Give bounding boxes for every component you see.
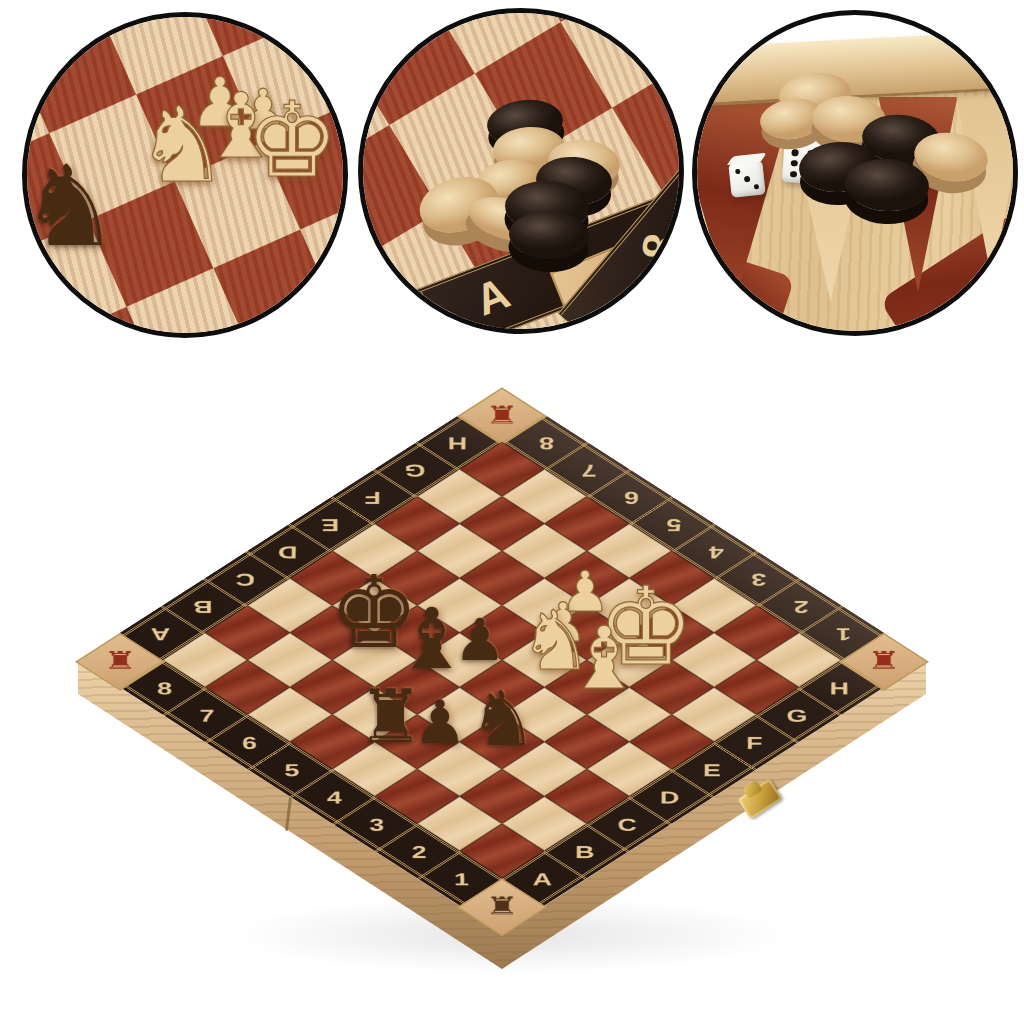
piece-dark-bishop: ♝ (394, 600, 469, 680)
piece-light-knight: ♞ (135, 96, 228, 195)
die-3 (728, 160, 765, 197)
inset-backgammon-closeup (692, 10, 1018, 336)
rook-icon: ♜ (472, 888, 532, 927)
inset-checkers-discs (363, 13, 679, 329)
piece-light-bishop: ♝ (565, 618, 642, 700)
piece-dark-knight: ♞ (469, 683, 537, 755)
die-pip (791, 160, 798, 167)
product-photo: ♟♟♚♝♞♞ B A 8 ♜87654321♜HHGGFFEEDDCCBB (0, 0, 1024, 1024)
inset-chess-closeup: ♟♟♚♝♞♞ (22, 12, 348, 338)
die-pip (790, 171, 797, 178)
piece-dark-pawn: ♟ (413, 694, 467, 751)
die-pip (734, 168, 740, 174)
die-pip (753, 183, 759, 189)
inset-checkers-closeup: B A 8 (358, 8, 684, 334)
die-pip (744, 176, 750, 182)
inset-chess-pieces: ♟♟♚♝♞♞ (27, 17, 343, 333)
die-pip (792, 149, 799, 156)
piece-light-king: ♚ (245, 91, 338, 190)
piece-dark-knight: ♞ (22, 153, 120, 259)
